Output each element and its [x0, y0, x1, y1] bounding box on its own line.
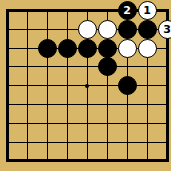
black-stone	[78, 39, 97, 58]
grid-line-h	[6, 142, 169, 143]
go-board: 213	[0, 0, 171, 171]
move-number: 2	[123, 2, 131, 19]
black-stone: 2	[118, 1, 137, 20]
star-point	[85, 84, 89, 88]
white-stone	[118, 39, 137, 58]
black-stone	[138, 20, 157, 39]
black-stone	[118, 76, 137, 95]
black-stone	[98, 57, 117, 76]
white-stone: 1	[138, 1, 157, 20]
move-number: 1	[143, 2, 151, 19]
black-stone	[38, 39, 57, 58]
white-stone	[78, 20, 97, 39]
grid-line-h	[6, 104, 169, 105]
grid-line-h	[6, 123, 169, 124]
grid-line-h	[6, 159, 169, 162]
go-diagram: 213	[0, 0, 171, 171]
black-stone	[118, 20, 137, 39]
white-stone	[138, 39, 157, 58]
black-stone	[58, 39, 77, 58]
black-stone	[98, 39, 117, 58]
white-stone	[98, 20, 117, 39]
white-stone: 3	[158, 20, 172, 39]
move-number: 3	[163, 21, 171, 38]
